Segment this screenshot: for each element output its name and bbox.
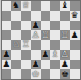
white-rook: ♖ <box>61 30 69 39</box>
square-h7[interactable]: ♛ <box>70 11 80 21</box>
white-pawn: ♙ <box>61 50 69 59</box>
square-f7[interactable] <box>50 11 60 21</box>
black-pawn: ♟ <box>41 50 49 59</box>
square-a2[interactable]: ♟ <box>2 60 12 70</box>
white-bishop: ♗ <box>51 50 59 59</box>
square-b5[interactable] <box>11 30 21 40</box>
square-a6[interactable] <box>2 21 12 31</box>
square-g6[interactable] <box>60 21 70 31</box>
square-a8[interactable] <box>2 1 12 11</box>
square-g4[interactable] <box>60 40 70 50</box>
black-pawn: ♟ <box>32 60 40 69</box>
square-a3[interactable]: ♟ <box>2 50 12 60</box>
square-e3[interactable]: ♟ <box>41 50 51 60</box>
square-f5[interactable] <box>50 30 60 40</box>
square-b4[interactable]: ♘ <box>11 40 21 50</box>
square-d4[interactable] <box>31 40 41 50</box>
black-queen: ♛ <box>71 11 79 20</box>
square-e6[interactable] <box>41 21 51 31</box>
white-pawn: ♙ <box>32 30 40 39</box>
square-d2[interactable]: ♟ <box>31 60 41 70</box>
square-c6[interactable] <box>21 21 31 31</box>
square-d7[interactable] <box>31 11 41 21</box>
square-e5[interactable]: ♖ <box>41 30 51 40</box>
square-c4[interactable]: ♖ <box>21 40 31 50</box>
square-h6[interactable] <box>70 21 80 31</box>
square-e4[interactable] <box>41 40 51 50</box>
black-pawn: ♟ <box>61 60 69 69</box>
square-g5[interactable]: ♖ <box>60 30 70 40</box>
chess-board: ♞♕♝♛♟♙♖♖♟♘♖♟♟♗♙♟♟♟♔♚ <box>1 0 81 80</box>
square-f6[interactable] <box>50 21 60 31</box>
square-h3[interactable] <box>70 50 80 60</box>
square-h5[interactable]: ♟ <box>70 30 80 40</box>
white-rook: ♖ <box>22 40 30 49</box>
square-d6[interactable]: ♟ <box>31 21 41 31</box>
square-f2[interactable] <box>50 60 60 70</box>
square-b7[interactable] <box>11 11 21 21</box>
black-king: ♚ <box>61 69 69 78</box>
white-king: ♔ <box>32 69 40 78</box>
white-rook: ♖ <box>41 30 49 39</box>
square-c2[interactable] <box>21 60 31 70</box>
square-g3[interactable]: ♙ <box>60 50 70 60</box>
square-e2[interactable] <box>41 60 51 70</box>
square-a1[interactable] <box>2 69 12 79</box>
white-knight: ♘ <box>12 40 20 49</box>
white-queen: ♕ <box>22 1 30 10</box>
square-f8[interactable] <box>50 1 60 11</box>
square-a4[interactable] <box>2 40 12 50</box>
square-e1[interactable] <box>41 69 51 79</box>
square-e7[interactable] <box>41 11 51 21</box>
square-d8[interactable] <box>31 1 41 11</box>
square-d5[interactable]: ♙ <box>31 30 41 40</box>
square-d3[interactable] <box>31 50 41 60</box>
square-g8[interactable]: ♝ <box>60 1 70 11</box>
black-bishop: ♝ <box>61 1 69 10</box>
chess-board-thumbnail: ♞♕♝♛♟♙♖♖♟♘♖♟♟♗♙♟♟♟♔♚ <box>0 0 81 80</box>
square-c8[interactable]: ♕ <box>21 1 31 11</box>
square-h4[interactable] <box>70 40 80 50</box>
square-h1[interactable] <box>70 69 80 79</box>
square-f3[interactable]: ♗ <box>50 50 60 60</box>
square-g1[interactable]: ♚ <box>60 69 70 79</box>
square-b6[interactable] <box>11 21 21 31</box>
square-h2[interactable] <box>70 60 80 70</box>
black-knight: ♞ <box>12 1 20 10</box>
square-c5[interactable] <box>21 30 31 40</box>
black-pawn: ♟ <box>2 50 10 59</box>
black-pawn: ♟ <box>32 21 40 30</box>
square-h8[interactable] <box>70 1 80 11</box>
square-b3[interactable] <box>11 50 21 60</box>
square-b1[interactable] <box>11 69 21 79</box>
square-g7[interactable] <box>60 11 70 21</box>
square-b8[interactable]: ♞ <box>11 1 21 11</box>
square-b2[interactable] <box>11 60 21 70</box>
square-c3[interactable] <box>21 50 31 60</box>
square-f1[interactable] <box>50 69 60 79</box>
square-c1[interactable] <box>21 69 31 79</box>
square-f4[interactable] <box>50 40 60 50</box>
square-d1[interactable]: ♔ <box>31 69 41 79</box>
black-pawn: ♟ <box>71 30 79 39</box>
square-a5[interactable] <box>2 30 12 40</box>
square-g2[interactable]: ♟ <box>60 60 70 70</box>
square-c7[interactable] <box>21 11 31 21</box>
square-a7[interactable] <box>2 11 12 21</box>
black-pawn: ♟ <box>2 60 10 69</box>
square-e8[interactable] <box>41 1 51 11</box>
